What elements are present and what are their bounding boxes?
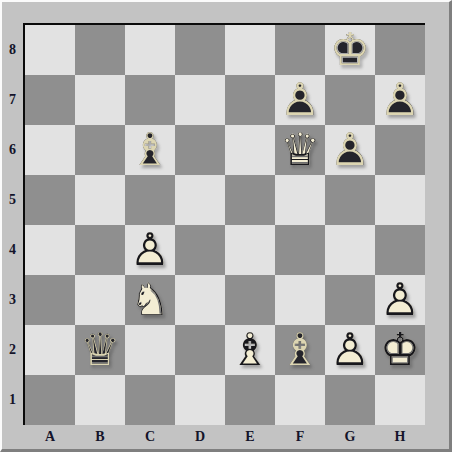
square-e5[interactable]	[225, 175, 275, 225]
black-piece-outline: ♙	[325, 125, 375, 175]
square-b2[interactable]: ♛♕	[75, 325, 125, 375]
white-piece-outline: ♕	[275, 125, 325, 175]
square-h8[interactable]	[375, 25, 425, 75]
file-label-h: H	[375, 425, 425, 449]
square-f8[interactable]	[275, 25, 325, 75]
file-label-c: C	[125, 425, 175, 449]
square-b7[interactable]	[75, 75, 125, 125]
rank-labels: 87654321	[2, 25, 23, 425]
square-f7[interactable]: ♟♙	[275, 75, 325, 125]
black-piece-outline: ♙	[375, 75, 425, 125]
file-label-e: E	[225, 425, 275, 449]
square-g4[interactable]	[325, 225, 375, 275]
square-h1[interactable]	[375, 375, 425, 425]
square-b3[interactable]	[75, 275, 125, 325]
square-c3[interactable]: ♞♘	[125, 275, 175, 325]
square-f3[interactable]	[275, 275, 325, 325]
black-king-g8[interactable]: ♚♔	[325, 25, 375, 75]
white-bishop-e2[interactable]: ♝♗	[225, 325, 275, 375]
square-g3[interactable]	[325, 275, 375, 325]
black-piece-outline: ♙	[275, 75, 325, 125]
square-h6[interactable]	[375, 125, 425, 175]
square-c8[interactable]	[125, 25, 175, 75]
white-piece-outline: ♗	[225, 325, 275, 375]
rank-label-7: 7	[2, 75, 23, 125]
file-label-d: D	[175, 425, 225, 449]
file-label-g: G	[325, 425, 375, 449]
square-e2[interactable]: ♝♗	[225, 325, 275, 375]
white-king-h2[interactable]: ♚♔	[375, 325, 425, 375]
square-h4[interactable]	[375, 225, 425, 275]
square-h5[interactable]	[375, 175, 425, 225]
black-piece-outline: ♔	[325, 25, 375, 75]
white-pawn-h3[interactable]: ♟♙	[375, 275, 425, 325]
square-b4[interactable]	[75, 225, 125, 275]
square-d8[interactable]	[175, 25, 225, 75]
rank-label-5: 5	[2, 175, 23, 225]
white-knight-c3[interactable]: ♞♘	[125, 275, 175, 325]
square-f4[interactable]	[275, 225, 325, 275]
square-d6[interactable]	[175, 125, 225, 175]
square-d2[interactable]	[175, 325, 225, 375]
square-b8[interactable]	[75, 25, 125, 75]
chess-board: ♚♔♟♙♟♙♝♗♛♕♟♙♟♙♞♘♟♙♛♕♝♗♝♗♟♙♚♔	[23, 23, 425, 425]
square-c7[interactable]	[125, 75, 175, 125]
chess-diagram-frame: 87654321 ♚♔♟♙♟♙♝♗♛♕♟♙♟♙♞♘♟♙♛♕♝♗♝♗♟♙♚♔ AB…	[0, 0, 452, 452]
square-b6[interactable]	[75, 125, 125, 175]
white-piece-outline: ♙	[375, 275, 425, 325]
white-pawn-g2[interactable]: ♟♙	[325, 325, 375, 375]
square-g7[interactable]	[325, 75, 375, 125]
square-g6[interactable]: ♟♙	[325, 125, 375, 175]
square-a2[interactable]	[25, 325, 75, 375]
square-e4[interactable]	[225, 225, 275, 275]
white-piece-outline: ♘	[125, 275, 175, 325]
square-e6[interactable]	[225, 125, 275, 175]
square-f5[interactable]	[275, 175, 325, 225]
rank-label-4: 4	[2, 225, 23, 275]
square-d4[interactable]	[175, 225, 225, 275]
square-e1[interactable]	[225, 375, 275, 425]
square-d7[interactable]	[175, 75, 225, 125]
square-g1[interactable]	[325, 375, 375, 425]
square-a1[interactable]	[25, 375, 75, 425]
rank-label-6: 6	[2, 125, 23, 175]
black-pawn-f7[interactable]: ♟♙	[275, 75, 325, 125]
square-h2[interactable]: ♚♔	[375, 325, 425, 375]
square-e3[interactable]	[225, 275, 275, 325]
square-c6[interactable]: ♝♗	[125, 125, 175, 175]
square-b5[interactable]	[75, 175, 125, 225]
rank-label-3: 3	[2, 275, 23, 325]
square-d3[interactable]	[175, 275, 225, 325]
file-label-f: F	[275, 425, 325, 449]
square-c1[interactable]	[125, 375, 175, 425]
square-e7[interactable]	[225, 75, 275, 125]
square-g2[interactable]: ♟♙	[325, 325, 375, 375]
square-g5[interactable]	[325, 175, 375, 225]
square-d1[interactable]	[175, 375, 225, 425]
square-e8[interactable]	[225, 25, 275, 75]
rank-label-2: 2	[2, 325, 23, 375]
square-a5[interactable]	[25, 175, 75, 225]
black-queen-b2[interactable]: ♛♕	[75, 325, 125, 375]
white-queen-f6[interactable]: ♛♕	[275, 125, 325, 175]
square-f2[interactable]: ♝♗	[275, 325, 325, 375]
rank-label-1: 1	[2, 375, 23, 425]
square-a3[interactable]	[25, 275, 75, 325]
square-a8[interactable]	[25, 25, 75, 75]
square-a6[interactable]	[25, 125, 75, 175]
white-pawn-c4[interactable]: ♟♙	[125, 225, 175, 275]
rank-label-8: 8	[2, 25, 23, 75]
file-label-b: B	[75, 425, 125, 449]
square-f1[interactable]	[275, 375, 325, 425]
black-piece-outline: ♗	[275, 325, 325, 375]
white-piece-outline: ♙	[325, 325, 375, 375]
square-f6[interactable]: ♛♕	[275, 125, 325, 175]
square-h7[interactable]: ♟♙	[375, 75, 425, 125]
square-c5[interactable]	[125, 175, 175, 225]
square-a4[interactable]	[25, 225, 75, 275]
black-piece-outline: ♗	[125, 125, 175, 175]
square-c2[interactable]	[125, 325, 175, 375]
black-pawn-h7[interactable]: ♟♙	[375, 75, 425, 125]
square-h3[interactable]: ♟♙	[375, 275, 425, 325]
square-d5[interactable]	[175, 175, 225, 225]
black-piece-outline: ♕	[75, 325, 125, 375]
square-a7[interactable]	[25, 75, 75, 125]
black-pawn-g6[interactable]: ♟♙	[325, 125, 375, 175]
file-labels: ABCDEFGH	[25, 425, 425, 449]
square-c4[interactable]: ♟♙	[125, 225, 175, 275]
square-g8[interactable]: ♚♔	[325, 25, 375, 75]
white-piece-outline: ♙	[125, 225, 175, 275]
white-piece-outline: ♔	[375, 325, 425, 375]
file-label-a: A	[25, 425, 75, 449]
black-bishop-f2[interactable]: ♝♗	[275, 325, 325, 375]
black-bishop-c6[interactable]: ♝♗	[125, 125, 175, 175]
square-b1[interactable]	[75, 375, 125, 425]
